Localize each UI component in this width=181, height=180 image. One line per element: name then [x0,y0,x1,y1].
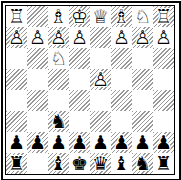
square-g7[interactable]: ♟♟ [27,132,48,153]
piece-white-rook: ♖ [153,6,174,27]
piece-white-rook: ♖ [6,6,27,27]
square-d5[interactable] [90,90,111,111]
square-h4[interactable] [6,69,27,90]
piece-black-queen: ♛ [90,153,111,174]
square-e3[interactable] [69,48,90,69]
piece-black-pawn: ♟ [90,132,111,153]
square-a7[interactable]: ♟♟ [153,132,174,153]
piece-black-knight: ♞ [132,153,153,174]
square-a2[interactable]: ♟♙ [153,27,174,48]
square-f2[interactable]: ♟♙ [48,27,69,48]
square-f3[interactable]: ♞♘ [48,48,69,69]
piece-white-bishop: ♗ [48,6,69,27]
square-e2[interactable]: ♟♙ [69,27,90,48]
square-a6[interactable] [153,111,174,132]
square-h1[interactable]: ♜♖ [6,6,27,27]
square-c6[interactable] [111,111,132,132]
square-c5[interactable] [111,90,132,111]
square-b1[interactable]: ♞♘ [132,6,153,27]
square-c2[interactable]: ♟♙ [111,27,132,48]
square-e4[interactable] [69,69,90,90]
square-d3[interactable] [90,48,111,69]
square-f1[interactable]: ♝♗ [48,6,69,27]
square-d4[interactable]: ♟♙ [90,69,111,90]
square-c8[interactable]: ♝♝ [111,153,132,174]
square-g5[interactable] [27,90,48,111]
square-h2[interactable]: ♟♙ [6,27,27,48]
piece-white-pawn: ♙ [153,27,174,48]
piece-white-queen: ♕ [90,6,111,27]
piece-white-pawn: ♙ [6,27,27,48]
piece-white-pawn: ♙ [111,27,132,48]
square-a4[interactable] [153,69,174,90]
square-c7[interactable]: ♟♟ [111,132,132,153]
chess-board-inner-border: ♜♖♝♗♚♔♛♕♝♗♞♘♜♖♟♙♟♙♟♙♟♙♟♙♟♙♟♙♞♘♟♙♞♞♟♟♟♟♟♟… [5,5,175,175]
piece-black-bishop: ♝ [48,153,69,174]
square-c3[interactable] [111,48,132,69]
piece-white-pawn: ♙ [69,27,90,48]
square-c1[interactable]: ♝♗ [111,6,132,27]
square-g8[interactable] [27,153,48,174]
chess-board: ♜♖♝♗♚♔♛♕♝♗♞♘♜♖♟♙♟♙♟♙♟♙♟♙♟♙♟♙♞♘♟♙♞♞♟♟♟♟♟♟… [6,6,174,174]
square-a1[interactable]: ♜♖ [153,6,174,27]
square-g1[interactable] [27,6,48,27]
piece-white-pawn: ♙ [27,27,48,48]
piece-white-pawn: ♙ [132,27,153,48]
square-g6[interactable] [27,111,48,132]
square-h6[interactable] [6,111,27,132]
square-c4[interactable] [111,69,132,90]
square-e8[interactable]: ♚♚ [69,153,90,174]
square-a5[interactable] [153,90,174,111]
square-f7[interactable]: ♟♟ [48,132,69,153]
square-b2[interactable]: ♟♙ [132,27,153,48]
square-h7[interactable]: ♟♟ [6,132,27,153]
square-h3[interactable] [6,48,27,69]
square-g2[interactable]: ♟♙ [27,27,48,48]
piece-black-pawn: ♟ [69,132,90,153]
piece-black-rook: ♜ [6,153,27,174]
square-f8[interactable]: ♝♝ [48,153,69,174]
piece-black-knight: ♞ [48,111,69,132]
square-e1[interactable]: ♚♔ [69,6,90,27]
square-b6[interactable] [132,111,153,132]
piece-black-pawn: ♟ [153,132,174,153]
piece-white-knight: ♘ [132,6,153,27]
square-h8[interactable]: ♜♜ [6,153,27,174]
square-b4[interactable] [132,69,153,90]
square-b5[interactable] [132,90,153,111]
piece-white-king: ♔ [69,6,90,27]
piece-black-pawn: ♟ [48,132,69,153]
square-d6[interactable] [90,111,111,132]
square-f6[interactable]: ♞♞ [48,111,69,132]
square-b3[interactable] [132,48,153,69]
square-g4[interactable] [27,69,48,90]
square-f5[interactable] [48,90,69,111]
piece-black-pawn: ♟ [27,132,48,153]
square-d1[interactable]: ♛♕ [90,6,111,27]
piece-black-pawn: ♟ [132,132,153,153]
square-d2[interactable] [90,27,111,48]
piece-white-knight: ♘ [48,48,69,69]
piece-white-pawn: ♙ [48,27,69,48]
piece-black-king: ♚ [69,153,90,174]
square-h5[interactable] [6,90,27,111]
piece-white-pawn: ♙ [90,69,111,90]
piece-black-pawn: ♟ [111,132,132,153]
piece-black-rook: ♜ [153,153,174,174]
square-d7[interactable]: ♟♟ [90,132,111,153]
square-f4[interactable] [48,69,69,90]
piece-black-bishop: ♝ [111,153,132,174]
square-b7[interactable]: ♟♟ [132,132,153,153]
square-a8[interactable]: ♜♜ [153,153,174,174]
square-e6[interactable] [69,111,90,132]
square-e5[interactable] [69,90,90,111]
chess-board-frame: ♜♖♝♗♚♔♛♕♝♗♞♘♜♖♟♙♟♙♟♙♟♙♟♙♟♙♟♙♞♘♟♙♞♞♟♟♟♟♟♟… [1,1,181,180]
square-e7[interactable]: ♟♟ [69,132,90,153]
piece-black-pawn: ♟ [6,132,27,153]
square-b8[interactable]: ♞♞ [132,153,153,174]
piece-white-bishop: ♗ [111,6,132,27]
square-g3[interactable] [27,48,48,69]
square-a3[interactable] [153,48,174,69]
square-d8[interactable]: ♛♛ [90,153,111,174]
